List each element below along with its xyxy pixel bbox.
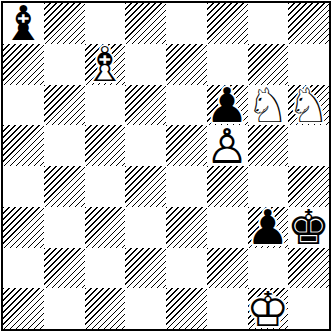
- square-b4[interactable]: [44, 166, 85, 207]
- piece-white-bishop-c7[interactable]: ♗: [85, 44, 126, 85]
- square-g7[interactable]: [248, 44, 289, 85]
- square-b3[interactable]: [44, 207, 85, 248]
- square-f8[interactable]: [207, 3, 248, 44]
- square-e5[interactable]: [166, 125, 207, 166]
- square-c4[interactable]: [85, 166, 126, 207]
- square-a3[interactable]: [3, 207, 44, 248]
- square-a2[interactable]: [3, 248, 44, 289]
- square-h6[interactable]: ♞♘: [288, 85, 329, 126]
- square-f4[interactable]: [207, 166, 248, 207]
- piece-black-king-h3[interactable]: ♚: [288, 207, 329, 248]
- piece-halo-black-bishop: ♝: [3, 3, 44, 44]
- chess-board: ♝♝♝♗♟♟♞♘♞♘♟♙♟♟♚♚♚♔: [3, 3, 329, 329]
- square-h4[interactable]: [288, 166, 329, 207]
- piece-white-pawn-f5[interactable]: ♙: [207, 125, 248, 166]
- square-c8[interactable]: [85, 3, 126, 44]
- square-b5[interactable]: [44, 125, 85, 166]
- square-b2[interactable]: [44, 248, 85, 289]
- piece-halo-white-pawn: ♟: [207, 125, 248, 166]
- square-d6[interactable]: [125, 85, 166, 126]
- square-d3[interactable]: [125, 207, 166, 248]
- square-g5[interactable]: [248, 125, 289, 166]
- chess-diagram: ♝♝♝♗♟♟♞♘♞♘♟♙♟♟♚♚♚♔: [0, 0, 332, 332]
- square-e4[interactable]: [166, 166, 207, 207]
- square-a6[interactable]: [3, 85, 44, 126]
- square-a1[interactable]: [3, 288, 44, 329]
- square-d2[interactable]: [125, 248, 166, 289]
- square-b1[interactable]: [44, 288, 85, 329]
- square-c7[interactable]: ♝♗: [85, 44, 126, 85]
- piece-halo-white-bishop: ♝: [85, 44, 126, 85]
- piece-halo-black-pawn: ♟: [207, 85, 248, 126]
- piece-white-king-g1[interactable]: ♔: [248, 288, 289, 329]
- piece-halo-black-king: ♚: [288, 207, 329, 248]
- square-b6[interactable]: [44, 85, 85, 126]
- square-h2[interactable]: [288, 248, 329, 289]
- piece-black-pawn-f6[interactable]: ♟: [207, 85, 248, 126]
- square-f5[interactable]: ♟♙: [207, 125, 248, 166]
- square-d8[interactable]: [125, 3, 166, 44]
- piece-white-knight-h6[interactable]: ♘: [288, 85, 329, 126]
- square-b8[interactable]: [44, 3, 85, 44]
- square-e6[interactable]: [166, 85, 207, 126]
- piece-halo-black-pawn: ♟: [248, 207, 289, 248]
- square-h5[interactable]: [288, 125, 329, 166]
- square-a7[interactable]: [3, 44, 44, 85]
- square-d4[interactable]: [125, 166, 166, 207]
- square-a5[interactable]: [3, 125, 44, 166]
- piece-black-bishop-a8[interactable]: ♝: [3, 3, 44, 44]
- square-d1[interactable]: [125, 288, 166, 329]
- square-c2[interactable]: [85, 248, 126, 289]
- square-f1[interactable]: [207, 288, 248, 329]
- square-f2[interactable]: [207, 248, 248, 289]
- square-g4[interactable]: [248, 166, 289, 207]
- square-d7[interactable]: [125, 44, 166, 85]
- square-c1[interactable]: [85, 288, 126, 329]
- square-g2[interactable]: [248, 248, 289, 289]
- square-a4[interactable]: [3, 166, 44, 207]
- piece-white-knight-g6[interactable]: ♘: [248, 85, 289, 126]
- square-g1[interactable]: ♚♔: [248, 288, 289, 329]
- square-e2[interactable]: [166, 248, 207, 289]
- square-f6[interactable]: ♟♟: [207, 85, 248, 126]
- square-h3[interactable]: ♚♚: [288, 207, 329, 248]
- square-b7[interactable]: [44, 44, 85, 85]
- board-frame: ♝♝♝♗♟♟♞♘♞♘♟♙♟♟♚♚♚♔: [1, 1, 331, 331]
- piece-halo-white-king: ♚: [248, 288, 289, 329]
- square-c3[interactable]: [85, 207, 126, 248]
- square-h1[interactable]: [288, 288, 329, 329]
- square-h7[interactable]: [288, 44, 329, 85]
- piece-black-pawn-g3[interactable]: ♟: [248, 207, 289, 248]
- square-e3[interactable]: [166, 207, 207, 248]
- square-e1[interactable]: [166, 288, 207, 329]
- square-d5[interactable]: [125, 125, 166, 166]
- square-g8[interactable]: [248, 3, 289, 44]
- square-h8[interactable]: [288, 3, 329, 44]
- piece-halo-white-knight: ♞: [248, 85, 289, 126]
- square-g6[interactable]: ♞♘: [248, 85, 289, 126]
- square-f3[interactable]: [207, 207, 248, 248]
- square-f7[interactable]: [207, 44, 248, 85]
- square-a8[interactable]: ♝♝: [3, 3, 44, 44]
- square-e8[interactable]: [166, 3, 207, 44]
- square-c5[interactable]: [85, 125, 126, 166]
- square-e7[interactable]: [166, 44, 207, 85]
- square-g3[interactable]: ♟♟: [248, 207, 289, 248]
- square-c6[interactable]: [85, 85, 126, 126]
- piece-halo-white-knight: ♞: [288, 85, 329, 126]
